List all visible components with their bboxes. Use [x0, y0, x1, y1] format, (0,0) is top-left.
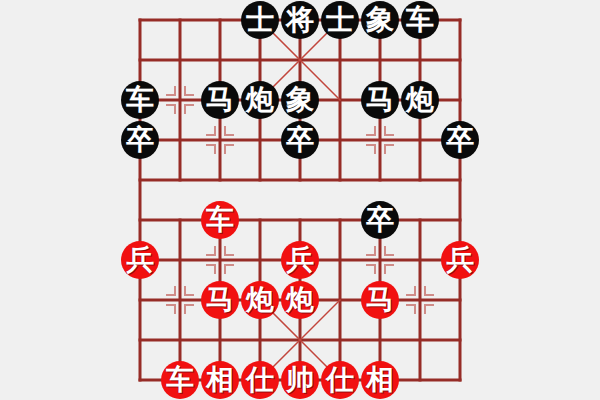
piece-black-elephant[interactable]: 象 [281, 81, 319, 119]
piece-red-elephant[interactable]: 相 [201, 361, 239, 399]
piece-black-chariot[interactable]: 车 [121, 81, 159, 119]
piece-red-cannon[interactable]: 炮 [241, 281, 279, 319]
piece-black-cannon[interactable]: 炮 [401, 81, 439, 119]
piece-red-cannon[interactable]: 炮 [281, 281, 319, 319]
piece-red-soldier[interactable]: 兵 [441, 241, 479, 279]
piece-black-horse[interactable]: 马 [201, 81, 239, 119]
xiangqi-board: 士将士象车车马炮象马炮卒卒卒车卒兵兵兵马炮炮马车相仕帅仕相 [0, 0, 600, 400]
piece-black-elephant[interactable]: 象 [361, 1, 399, 39]
piece-black-advisor[interactable]: 士 [241, 1, 279, 39]
piece-red-chariot[interactable]: 车 [201, 201, 239, 239]
piece-red-horse[interactable]: 马 [201, 281, 239, 319]
piece-red-advisor[interactable]: 仕 [241, 361, 279, 399]
piece-red-soldier[interactable]: 兵 [281, 241, 319, 279]
piece-black-king[interactable]: 将 [281, 1, 319, 39]
piece-black-chariot[interactable]: 车 [401, 1, 439, 39]
piece-red-king[interactable]: 帅 [281, 361, 319, 399]
piece-black-soldier[interactable]: 卒 [281, 121, 319, 159]
piece-black-horse[interactable]: 马 [361, 81, 399, 119]
piece-red-advisor[interactable]: 仕 [321, 361, 359, 399]
piece-black-soldier[interactable]: 卒 [361, 201, 399, 239]
piece-black-advisor[interactable]: 士 [321, 1, 359, 39]
piece-red-chariot[interactable]: 车 [161, 361, 199, 399]
piece-black-cannon[interactable]: 炮 [241, 81, 279, 119]
piece-red-horse[interactable]: 马 [361, 281, 399, 319]
piece-red-soldier[interactable]: 兵 [121, 241, 159, 279]
pieces-layer: 士将士象车车马炮象马炮卒卒卒车卒兵兵兵马炮炮马车相仕帅仕相 [0, 0, 600, 400]
piece-red-elephant[interactable]: 相 [361, 361, 399, 399]
piece-black-soldier[interactable]: 卒 [441, 121, 479, 159]
piece-black-soldier[interactable]: 卒 [121, 121, 159, 159]
